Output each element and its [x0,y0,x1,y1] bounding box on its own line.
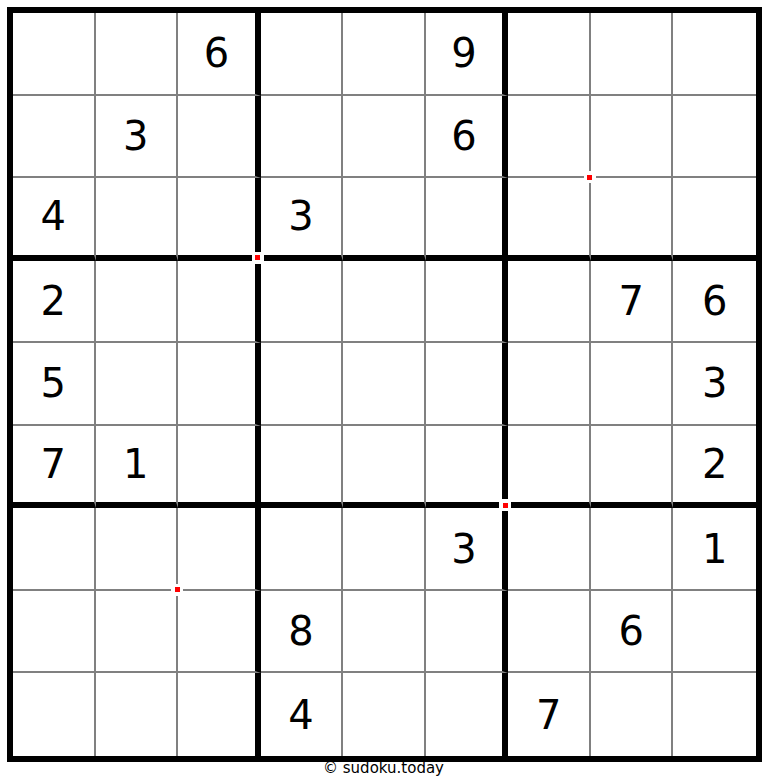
red-dot-marker [171,584,183,596]
cell-r6c6[interactable] [426,426,509,509]
cell-r6c7[interactable] [508,426,591,509]
cell-r4c7[interactable] [508,261,591,344]
cell-r4c3[interactable] [178,261,261,344]
cell-r5c6[interactable] [426,343,509,426]
red-dot [587,175,592,180]
cell-r4c6[interactable] [426,261,509,344]
cell-r1c7[interactable] [508,13,591,96]
cell-r7c3[interactable] [178,508,261,591]
cell-r5c2[interactable] [96,343,179,426]
cell-r2c9[interactable] [673,96,756,179]
cell-r5c9[interactable]: 3 [673,343,756,426]
cell-r1c8[interactable] [591,13,674,96]
cell-r3c1[interactable]: 4 [13,178,96,261]
cell-r3c2[interactable] [96,178,179,261]
cell-r7c4[interactable] [261,508,344,591]
cell-r1c3[interactable]: 6 [178,13,261,96]
cell-r5c8[interactable] [591,343,674,426]
cell-r9c4[interactable]: 4 [261,673,344,756]
cell-r8c2[interactable] [96,591,179,674]
cell-r2c3[interactable] [178,96,261,179]
cell-r3c9[interactable] [673,178,756,261]
cell-r2c8[interactable] [591,96,674,179]
cell-r9c6[interactable] [426,673,509,756]
cell-r9c5[interactable] [343,673,426,756]
cell-r9c2[interactable] [96,673,179,756]
cell-r4c4[interactable] [261,261,344,344]
cell-r6c9[interactable]: 2 [673,426,756,509]
red-dot-marker [252,252,264,264]
cell-r9c3[interactable] [178,673,261,756]
cell-r7c1[interactable] [13,508,96,591]
cell-r1c5[interactable] [343,13,426,96]
cell-r6c3[interactable] [178,426,261,509]
cell-r9c1[interactable] [13,673,96,756]
cell-r8c7[interactable] [508,591,591,674]
cell-r2c6[interactable]: 6 [426,96,509,179]
cell-r7c6[interactable]: 3 [426,508,509,591]
cell-r2c4[interactable] [261,96,344,179]
cell-r5c1[interactable]: 5 [13,343,96,426]
cell-r3c3[interactable] [178,178,261,261]
cell-r3c6[interactable] [426,178,509,261]
cell-r5c4[interactable] [261,343,344,426]
cell-r3c8[interactable] [591,178,674,261]
cell-r5c3[interactable] [178,343,261,426]
cell-r2c7[interactable] [508,96,591,179]
red-dot-marker [499,499,511,511]
cell-r8c8[interactable]: 6 [591,591,674,674]
cell-r4c2[interactable] [96,261,179,344]
cell-r7c8[interactable] [591,508,674,591]
cell-r1c2[interactable] [96,13,179,96]
cell-r1c1[interactable] [13,13,96,96]
cell-r1c6[interactable]: 9 [426,13,509,96]
cell-r3c4[interactable]: 3 [261,178,344,261]
cell-r7c2[interactable] [96,508,179,591]
cell-r3c5[interactable] [343,178,426,261]
cell-r8c6[interactable] [426,591,509,674]
red-dot-marker [584,171,596,183]
cell-r7c9[interactable]: 1 [673,508,756,591]
cell-r4c9[interactable]: 6 [673,261,756,344]
cell-r4c5[interactable] [343,261,426,344]
cell-r1c9[interactable] [673,13,756,96]
cell-r2c2[interactable]: 3 [96,96,179,179]
cell-r9c7[interactable]: 7 [508,673,591,756]
cell-r4c8[interactable]: 7 [591,261,674,344]
cell-r9c8[interactable] [591,673,674,756]
cell-r8c5[interactable] [343,591,426,674]
red-dot [175,587,180,592]
cell-r8c3[interactable] [178,591,261,674]
cell-r2c5[interactable] [343,96,426,179]
cell-r1c4[interactable] [261,13,344,96]
cell-r8c4[interactable]: 8 [261,591,344,674]
cell-r5c7[interactable] [508,343,591,426]
cell-r6c8[interactable] [591,426,674,509]
cell-r3c7[interactable] [508,178,591,261]
red-dot [503,503,508,508]
cell-r6c2[interactable]: 1 [96,426,179,509]
cell-r8c9[interactable] [673,591,756,674]
cell-r6c5[interactable] [343,426,426,509]
cell-r6c1[interactable]: 7 [13,426,96,509]
cell-r6c4[interactable] [261,426,344,509]
cell-r9c9[interactable] [673,673,756,756]
copyright-text: © sudoku.today [323,759,444,777]
cell-r4c1[interactable]: 2 [13,261,96,344]
cell-r7c5[interactable] [343,508,426,591]
cell-r7c7[interactable] [508,508,591,591]
cell-r5c5[interactable] [343,343,426,426]
sudoku-board: 69364327653712318647 [7,7,762,762]
red-dot [255,255,260,260]
cell-r2c1[interactable] [13,96,96,179]
cell-r8c1[interactable] [13,591,96,674]
copyright-footer: © sudoku.today [0,759,767,777]
